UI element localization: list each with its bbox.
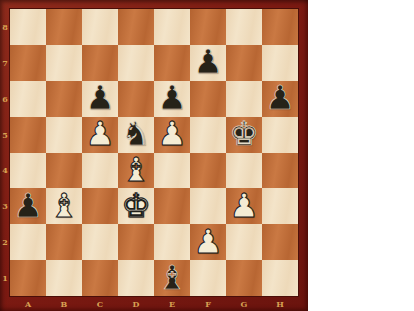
square-g8[interactable] xyxy=(226,9,262,45)
square-g6[interactable] xyxy=(226,81,262,117)
square-a7[interactable] xyxy=(10,45,46,81)
square-d7[interactable] xyxy=(118,45,154,81)
piece-black-pawn-e6: ♟ xyxy=(157,81,187,114)
square-f5[interactable] xyxy=(190,117,226,153)
square-b6[interactable] xyxy=(46,81,82,117)
piece-white-pawn-g3: ♟ xyxy=(229,189,259,222)
chess-board-frame: 87654321 ♟♟♟♟♟♞♟♚♝♟♝♚♟♟♝ ABCDEFGH xyxy=(0,0,308,311)
square-c3[interactable] xyxy=(82,188,118,224)
square-c8[interactable] xyxy=(82,9,118,45)
square-h3[interactable] xyxy=(262,188,298,224)
square-a8[interactable] xyxy=(10,9,46,45)
rank-label-8: 8 xyxy=(0,9,10,45)
square-e3[interactable] xyxy=(154,188,190,224)
square-c5[interactable]: ♟ xyxy=(82,117,118,153)
square-a4[interactable] xyxy=(10,153,46,189)
piece-black-pawn-a3: ♟ xyxy=(13,189,43,222)
square-d2[interactable] xyxy=(118,224,154,260)
square-e8[interactable] xyxy=(154,9,190,45)
file-label-h: H xyxy=(262,296,298,311)
rank-label-2: 2 xyxy=(0,224,10,260)
square-f3[interactable] xyxy=(190,188,226,224)
piece-black-pawn-f7: ♟ xyxy=(193,45,223,78)
square-h2[interactable] xyxy=(262,224,298,260)
square-f2[interactable]: ♟ xyxy=(190,224,226,260)
square-d3[interactable]: ♚ xyxy=(118,188,154,224)
square-d6[interactable] xyxy=(118,81,154,117)
square-h4[interactable] xyxy=(262,153,298,189)
square-b1[interactable] xyxy=(46,260,82,296)
square-d1[interactable] xyxy=(118,260,154,296)
square-d4[interactable]: ♝ xyxy=(118,153,154,189)
square-h8[interactable] xyxy=(262,9,298,45)
square-d8[interactable] xyxy=(118,9,154,45)
square-g2[interactable] xyxy=(226,224,262,260)
square-h6[interactable]: ♟ xyxy=(262,81,298,117)
page: 87654321 ♟♟♟♟♟♞♟♚♝♟♝♚♟♟♝ ABCDEFGH xyxy=(0,0,414,311)
square-f8[interactable] xyxy=(190,9,226,45)
square-a1[interactable] xyxy=(10,260,46,296)
file-label-d: D xyxy=(118,296,154,311)
square-e5[interactable]: ♟ xyxy=(154,117,190,153)
rank-label-3: 3 xyxy=(0,188,10,224)
rank-label-4: 4 xyxy=(0,153,10,189)
rank-label-column: 87654321 xyxy=(0,9,10,296)
square-e2[interactable] xyxy=(154,224,190,260)
piece-black-bishop-e1: ♝ xyxy=(157,261,187,294)
rank-label-6: 6 xyxy=(0,81,10,117)
square-b3[interactable]: ♝ xyxy=(46,188,82,224)
piece-black-pawn-c6: ♟ xyxy=(85,81,115,114)
square-f7[interactable]: ♟ xyxy=(190,45,226,81)
piece-black-pawn-h6: ♟ xyxy=(265,81,295,114)
piece-white-bishop-d4: ♝ xyxy=(121,153,151,186)
square-f4[interactable] xyxy=(190,153,226,189)
piece-white-pawn-e5: ♟ xyxy=(157,117,187,150)
square-e7[interactable] xyxy=(154,45,190,81)
file-label-c: C xyxy=(82,296,118,311)
file-label-e: E xyxy=(154,296,190,311)
square-c7[interactable] xyxy=(82,45,118,81)
square-g4[interactable] xyxy=(226,153,262,189)
square-f6[interactable] xyxy=(190,81,226,117)
piece-black-knight-d5: ♞ xyxy=(121,117,151,150)
square-h1[interactable] xyxy=(262,260,298,296)
piece-white-bishop-b3: ♝ xyxy=(49,189,79,222)
square-a2[interactable] xyxy=(10,224,46,260)
rank-label-5: 5 xyxy=(0,117,10,153)
square-g1[interactable] xyxy=(226,260,262,296)
square-h7[interactable] xyxy=(262,45,298,81)
rank-label-1: 1 xyxy=(0,260,10,296)
square-e4[interactable] xyxy=(154,153,190,189)
piece-white-pawn-c5: ♟ xyxy=(85,117,115,150)
square-g7[interactable] xyxy=(226,45,262,81)
square-h5[interactable] xyxy=(262,117,298,153)
square-c1[interactable] xyxy=(82,260,118,296)
file-label-f: F xyxy=(190,296,226,311)
chess-board: ♟♟♟♟♟♞♟♚♝♟♝♚♟♟♝ xyxy=(10,9,298,296)
square-a6[interactable] xyxy=(10,81,46,117)
square-d5[interactable]: ♞ xyxy=(118,117,154,153)
square-c4[interactable] xyxy=(82,153,118,189)
square-a5[interactable] xyxy=(10,117,46,153)
file-label-row: ABCDEFGH xyxy=(10,296,298,311)
piece-white-king-d3: ♚ xyxy=(121,189,151,222)
square-g5[interactable]: ♚ xyxy=(226,117,262,153)
square-b7[interactable] xyxy=(46,45,82,81)
file-label-a: A xyxy=(10,296,46,311)
square-b2[interactable] xyxy=(46,224,82,260)
square-f1[interactable] xyxy=(190,260,226,296)
square-c2[interactable] xyxy=(82,224,118,260)
square-a3[interactable]: ♟ xyxy=(10,188,46,224)
rank-label-7: 7 xyxy=(0,45,10,81)
file-label-b: B xyxy=(46,296,82,311)
square-b8[interactable] xyxy=(46,9,82,45)
square-e1[interactable]: ♝ xyxy=(154,260,190,296)
square-e6[interactable]: ♟ xyxy=(154,81,190,117)
square-b5[interactable] xyxy=(46,117,82,153)
piece-black-king-g5: ♚ xyxy=(229,117,259,150)
file-label-g: G xyxy=(226,296,262,311)
square-g3[interactable]: ♟ xyxy=(226,188,262,224)
square-b4[interactable] xyxy=(46,153,82,189)
piece-white-pawn-f2: ♟ xyxy=(193,225,223,258)
square-c6[interactable]: ♟ xyxy=(82,81,118,117)
